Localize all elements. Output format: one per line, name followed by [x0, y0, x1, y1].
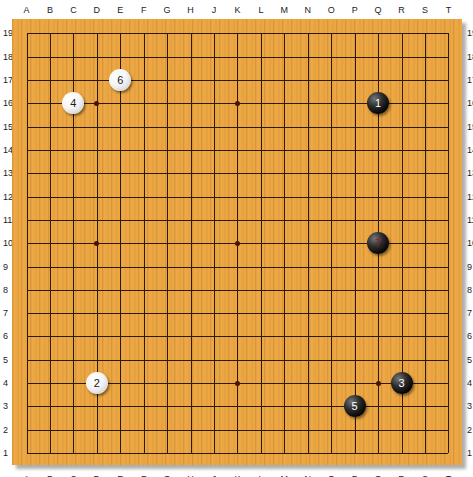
coord-label-top-j: J — [206, 2, 222, 18]
coord-label-bottom-n: N — [300, 471, 316, 477]
star-point-q4 — [376, 381, 381, 386]
star-point-d16 — [94, 101, 99, 106]
go-board[interactable]: 1234567 — [12, 19, 462, 465]
grid-line — [27, 290, 449, 291]
coord-label-top-d: D — [89, 2, 105, 18]
stone-move-number: 6 — [117, 69, 123, 91]
stone-move-number: 7 — [375, 232, 381, 254]
coord-label-top-c: C — [65, 2, 81, 18]
coord-label-top-s: S — [417, 2, 433, 18]
grid-line — [27, 360, 449, 361]
coord-label-top-o: O — [323, 2, 339, 18]
grid-line — [27, 336, 449, 337]
coord-label-bottom-e: E — [112, 471, 128, 477]
coord-label-bottom-t: T — [440, 471, 456, 477]
coord-label-bottom-o: O — [323, 471, 339, 477]
coord-label-right-6: 6 — [466, 328, 473, 344]
grid-line — [284, 33, 285, 453]
coord-label-bottom-j: J — [206, 471, 222, 477]
star-point-k16 — [235, 101, 240, 106]
coord-label-right-17: 17 — [466, 72, 473, 88]
stone-white-e17: 6 — [109, 69, 131, 91]
grid-line — [27, 313, 449, 314]
stone-black-p3: 5 — [344, 395, 366, 417]
coord-label-right-19: 19 — [466, 25, 473, 41]
coord-label-right-11: 11 — [466, 212, 473, 228]
coord-label-top-q: Q — [370, 2, 386, 18]
coord-label-right-12: 12 — [466, 189, 473, 205]
coord-label-bottom-s: S — [417, 471, 433, 477]
coord-label-right-7: 7 — [466, 305, 473, 321]
grid-line — [308, 33, 309, 453]
grid-line — [27, 406, 449, 407]
coord-label-right-16: 16 — [466, 95, 473, 111]
grid-line — [27, 430, 449, 431]
coord-label-top-b: B — [42, 2, 58, 18]
grid-line — [448, 33, 449, 453]
coord-label-right-15: 15 — [466, 119, 473, 135]
stone-move-number: 1 — [375, 92, 381, 114]
coord-label-bottom-p: P — [347, 471, 363, 477]
coord-label-bottom-q: Q — [370, 471, 386, 477]
coord-label-top-g: G — [159, 2, 175, 18]
coord-label-bottom-g: G — [159, 471, 175, 477]
coord-label-top-h: H — [183, 2, 199, 18]
coord-label-bottom-m: M — [276, 471, 292, 477]
grid-line — [425, 33, 426, 453]
coord-label-right-1: 1 — [466, 445, 473, 461]
star-point-d10 — [94, 241, 99, 246]
grid-line — [261, 33, 262, 453]
coord-label-top-p: P — [347, 2, 363, 18]
coord-label-right-13: 13 — [466, 165, 473, 181]
coord-label-right-5: 5 — [466, 352, 473, 368]
stone-white-d4: 2 — [86, 372, 108, 394]
stone-move-number: 5 — [352, 395, 358, 417]
coord-label-top-t: T — [440, 2, 456, 18]
coord-label-right-18: 18 — [466, 49, 473, 65]
coord-label-right-9: 9 — [466, 259, 473, 275]
coord-label-bottom-k: K — [229, 471, 245, 477]
stone-white-c16: 4 — [62, 92, 84, 114]
coord-label-right-10: 10 — [466, 235, 473, 251]
coord-label-top-k: K — [229, 2, 245, 18]
coord-label-right-8: 8 — [466, 282, 473, 298]
coord-label-top-e: E — [112, 2, 128, 18]
coord-label-bottom-c: C — [65, 471, 81, 477]
coord-label-top-n: N — [300, 2, 316, 18]
coord-label-bottom-r: R — [394, 471, 410, 477]
coord-label-right-3: 3 — [466, 398, 473, 414]
coord-label-bottom-h: H — [183, 471, 199, 477]
coord-label-bottom-a: A — [19, 471, 35, 477]
coord-label-top-m: M — [276, 2, 292, 18]
stone-move-number: 2 — [94, 372, 100, 394]
coord-label-right-14: 14 — [466, 142, 473, 158]
grid-line — [27, 267, 449, 268]
coord-label-right-2: 2 — [466, 422, 473, 438]
coord-label-bottom-l: L — [253, 471, 269, 477]
coord-label-top-l: L — [253, 2, 269, 18]
coord-label-top-a: A — [19, 2, 35, 18]
coord-label-bottom-b: B — [42, 471, 58, 477]
stone-move-number: 3 — [398, 372, 404, 394]
stone-black-q10: 7 — [367, 232, 389, 254]
coord-label-bottom-f: F — [136, 471, 152, 477]
stone-move-number: 4 — [70, 92, 76, 114]
grid-line — [355, 33, 356, 453]
coord-label-top-r: R — [394, 2, 410, 18]
grid-line — [27, 453, 449, 454]
star-point-k4 — [235, 381, 240, 386]
coord-label-right-4: 4 — [466, 375, 473, 391]
coord-label-bottom-d: D — [89, 471, 105, 477]
stone-black-r4: 3 — [391, 372, 413, 394]
grid-line — [331, 33, 332, 453]
stone-black-q16: 1 — [367, 92, 389, 114]
coord-label-top-f: F — [136, 2, 152, 18]
go-board-app: ABCDEFGHJKLMNOPQRST 19181716151413121110… — [0, 0, 473, 477]
star-point-k10 — [235, 241, 240, 246]
